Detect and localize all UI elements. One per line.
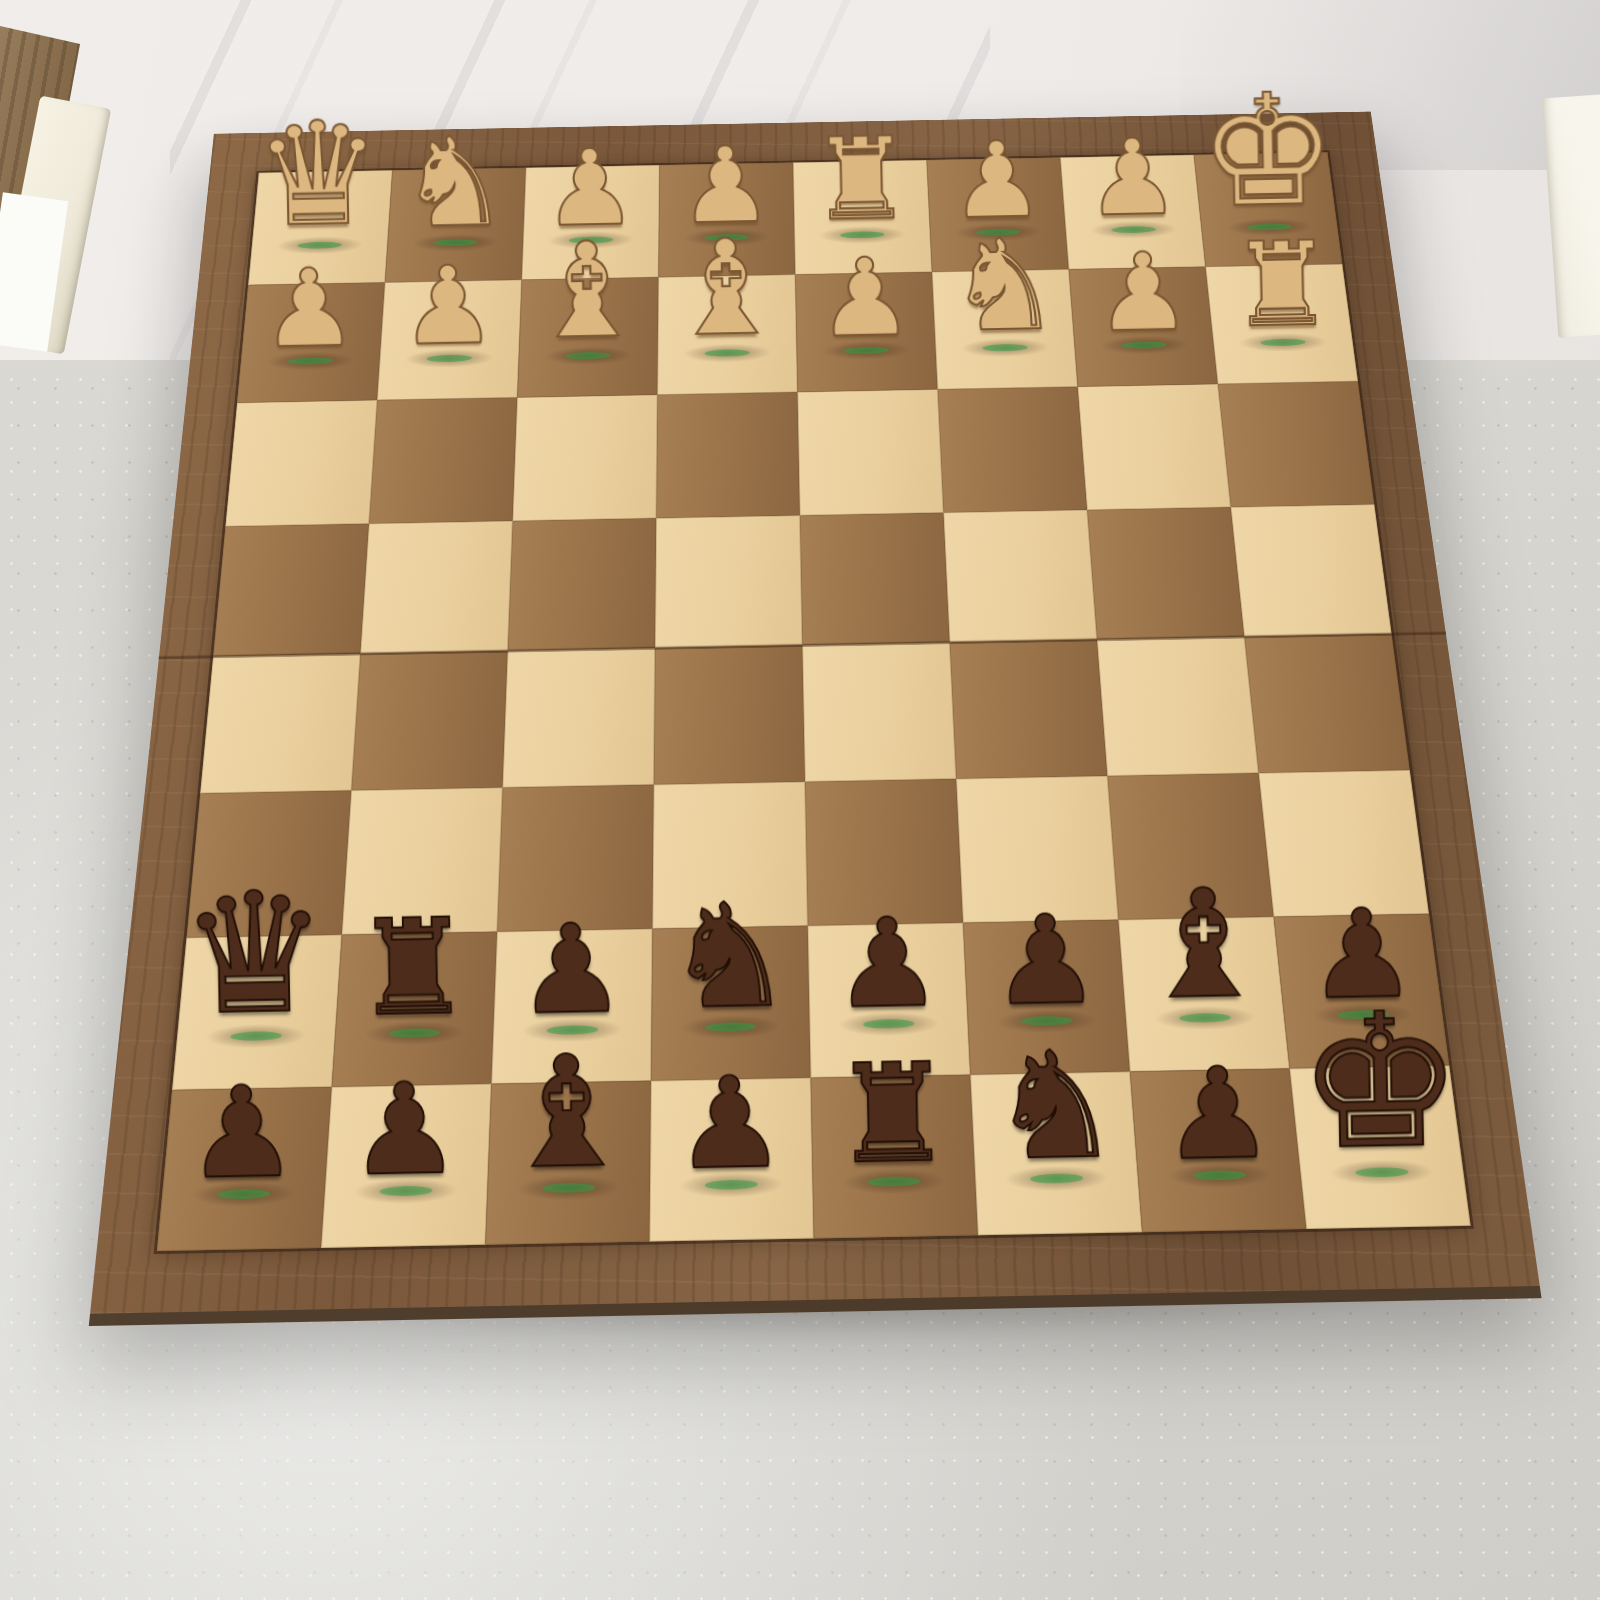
square-r3c2[interactable] [508, 518, 657, 651]
black-pawn-glyph: ♟ [990, 899, 1102, 1023]
square-r4c0[interactable] [200, 654, 360, 794]
square-r2c5[interactable] [938, 387, 1088, 513]
piece-black-pawn[interactable]: ♟ [160, 1068, 325, 1197]
piece-black-pawn[interactable]: ♟ [966, 899, 1127, 1024]
square-r4c5[interactable] [950, 639, 1108, 778]
piece-white-rook[interactable]: ♜ [792, 122, 930, 237]
white-rook-glyph: ♜ [810, 122, 913, 237]
square-r2c1[interactable] [369, 397, 517, 523]
square-r1c3[interactable]: ♝ [657, 275, 797, 395]
black-rook-glyph: ♜ [353, 902, 473, 1036]
square-r3c4[interactable] [800, 513, 950, 645]
black-pawn-glyph: ♟ [185, 1069, 300, 1197]
piece-white-pawn[interactable]: ♟ [378, 251, 519, 361]
piece-black-pawn[interactable]: ♟ [807, 902, 968, 1027]
piece-black-rook[interactable]: ♜ [333, 901, 494, 1036]
piece-black-bishop[interactable]: ♝ [1123, 869, 1284, 1021]
square-r7c6[interactable]: ♟ [1130, 1069, 1306, 1233]
square-r7c4[interactable]: ♜ [811, 1075, 978, 1239]
piece-white-pawn[interactable]: ♟ [795, 243, 936, 353]
square-r1c1[interactable]: ♟ [377, 280, 522, 400]
piece-white-pawn[interactable]: ♟ [239, 253, 380, 363]
black-knight-glyph: ♞ [664, 884, 795, 1029]
piece-black-pawn[interactable]: ♟ [491, 908, 652, 1033]
black-pawn-glyph: ♟ [515, 908, 627, 1032]
piece-white-king[interactable]: ♚ [1199, 73, 1338, 229]
black-pawn-glyph: ♟ [1161, 1050, 1276, 1178]
photo-stage: ♛♞♟♟♜♟♟♚♟♟♝♝♟♞♟♜♛♜♟♞♟♟♝♟♟♟♝♟♜♞♟♚ [0, 0, 1600, 1600]
piece-white-pawn[interactable]: ♟ [1073, 237, 1214, 347]
white-bishop-glyph: ♝ [666, 222, 786, 355]
piece-black-knight[interactable]: ♞ [649, 884, 810, 1030]
piece-white-pawn[interactable]: ♟ [1064, 125, 1202, 232]
square-r4c6[interactable] [1097, 637, 1259, 776]
chess-board: ♛♞♟♟♜♟♟♚♟♟♝♝♟♞♟♜♛♜♟♞♟♟♝♟♟♟♝♟♜♞♟♚ [90, 112, 1540, 1314]
piece-white-rook[interactable]: ♜ [1211, 226, 1352, 344]
square-r7c3[interactable]: ♟ [650, 1078, 814, 1242]
square-r1c2[interactable]: ♝ [517, 277, 658, 397]
square-r3c0[interactable] [213, 524, 369, 657]
piece-white-knight[interactable]: ♞ [933, 222, 1074, 350]
black-pawn-glyph: ♟ [832, 902, 944, 1026]
black-pawn-glyph: ♟ [673, 1059, 788, 1187]
square-r7c1[interactable]: ♟ [321, 1084, 491, 1248]
black-knight-glyph: ♞ [988, 1031, 1123, 1181]
square-r2c2[interactable] [513, 395, 658, 521]
piece-black-rook[interactable]: ♜ [810, 1046, 975, 1184]
square-r4c2[interactable] [503, 648, 655, 788]
square-r2c3[interactable] [656, 392, 800, 518]
white-pawn-glyph: ♟ [1085, 125, 1181, 231]
black-bishop-glyph: ♝ [1136, 869, 1272, 1020]
square-r3c6[interactable] [1087, 507, 1244, 639]
square-r7c2[interactable]: ♝ [485, 1081, 651, 1245]
white-pawn-glyph: ♟ [1094, 238, 1192, 347]
white-knight-glyph: ♞ [398, 120, 510, 245]
square-r7c5[interactable]: ♞ [970, 1072, 1142, 1236]
square-r3c3[interactable] [655, 515, 802, 648]
board-grid: ♛♞♟♟♜♟♟♚♟♟♝♝♟♞♟♜♛♜♟♞♟♟♝♟♟♟♝♟♜♞♟♚ [157, 152, 1471, 1251]
square-r4c3[interactable] [654, 645, 805, 784]
square-r3c5[interactable] [943, 510, 1097, 642]
square-r2c4[interactable] [797, 389, 943, 515]
square-r4c1[interactable] [351, 651, 507, 791]
white-queen-glyph: ♛ [253, 103, 383, 248]
white-rook-glyph: ♜ [1229, 227, 1335, 345]
square-r3c1[interactable] [360, 521, 512, 654]
square-r1c5[interactable]: ♞ [932, 269, 1078, 389]
square-r2c7[interactable] [1218, 381, 1375, 507]
piece-black-pawn[interactable]: ♟ [322, 1065, 487, 1194]
white-king-glyph: ♚ [1198, 73, 1339, 229]
white-bishop-glyph: ♝ [527, 225, 647, 358]
piece-black-pawn[interactable]: ♟ [648, 1059, 813, 1188]
piece-black-king[interactable]: ♚ [1297, 988, 1463, 1175]
square-r4c4[interactable] [802, 642, 956, 781]
square-r3c7[interactable] [1231, 504, 1392, 636]
white-pawn-glyph: ♟ [399, 251, 497, 360]
square-r2c6[interactable] [1078, 384, 1231, 510]
piece-white-bishop[interactable]: ♝ [655, 222, 796, 355]
white-pawn-glyph: ♟ [816, 243, 914, 352]
piece-black-pawn[interactable]: ♟ [1136, 1050, 1301, 1179]
square-r1c0[interactable]: ♟ [237, 282, 385, 402]
square-r7c0[interactable]: ♟ [157, 1087, 332, 1251]
black-rook-glyph: ♜ [831, 1046, 955, 1184]
piece-black-knight[interactable]: ♞ [973, 1031, 1139, 1181]
black-king-glyph: ♚ [1296, 988, 1465, 1175]
square-r1c4[interactable]: ♟ [795, 272, 937, 392]
white-knight-glyph: ♞ [946, 222, 1061, 350]
piece-white-queen[interactable]: ♛ [249, 103, 387, 248]
piece-white-knight[interactable]: ♞ [385, 120, 523, 245]
square-r4c7[interactable] [1244, 634, 1410, 773]
black-pawn-glyph: ♟ [347, 1066, 462, 1194]
black-queen-glyph: ♛ [179, 870, 331, 1039]
square-r2c0[interactable] [225, 400, 377, 526]
white-pawn-glyph: ♟ [260, 254, 358, 363]
board-scene: ♛♞♟♟♜♟♟♚♟♟♝♝♟♞♟♜♛♜♟♞♟♟♝♟♟♟♝♟♜♞♟♚ [62, 0, 1540, 1314]
black-bishop-glyph: ♝ [497, 1035, 637, 1191]
square-r1c7[interactable]: ♜ [1206, 264, 1358, 384]
piece-white-bishop[interactable]: ♝ [516, 225, 657, 358]
square-r1c6[interactable]: ♟ [1069, 267, 1218, 387]
square-r7c7[interactable]: ♚ [1290, 1065, 1471, 1229]
piece-black-queen[interactable]: ♛ [174, 870, 335, 1039]
piece-black-bishop[interactable]: ♝ [484, 1035, 650, 1191]
